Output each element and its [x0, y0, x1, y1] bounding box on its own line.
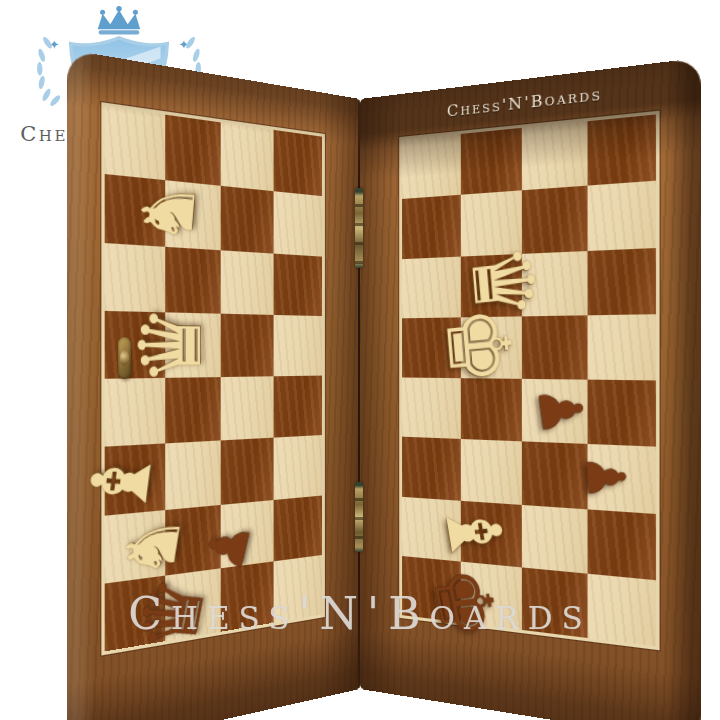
board-square	[221, 313, 273, 377]
board-square	[273, 130, 322, 197]
brass-clasp-icon	[118, 337, 131, 379]
board-square	[105, 510, 165, 584]
board-square	[221, 500, 273, 569]
board-square	[165, 312, 221, 378]
board-square	[273, 191, 322, 256]
board-panel-left: ♞♛♝♟♞♛	[67, 49, 360, 720]
board-square	[165, 568, 221, 641]
board-square	[165, 377, 221, 444]
board-square	[402, 496, 460, 561]
board-square	[587, 509, 656, 580]
hinge-top-icon	[355, 188, 363, 268]
board-square	[402, 195, 460, 259]
board-square	[221, 561, 273, 632]
board-square	[587, 380, 656, 447]
board-square	[460, 253, 522, 317]
board-square	[165, 115, 221, 187]
board-square	[273, 555, 322, 623]
board-square	[522, 315, 587, 380]
board-square	[221, 186, 273, 253]
board-square	[460, 191, 522, 256]
board-square	[522, 121, 587, 190]
board-square	[402, 437, 460, 500]
hinge-bottom-icon	[355, 482, 363, 552]
board-square	[460, 128, 522, 195]
board-square	[402, 256, 460, 318]
board-square	[460, 561, 522, 630]
board-square	[165, 180, 221, 249]
board-square	[221, 250, 273, 315]
board-square	[522, 186, 587, 253]
board-square	[105, 174, 165, 246]
board-square	[165, 504, 221, 575]
board-square	[402, 377, 460, 439]
board-square	[587, 314, 656, 380]
board-square	[221, 376, 273, 440]
board-square	[522, 379, 587, 444]
board-square	[273, 495, 322, 561]
board-square	[402, 317, 460, 378]
board-square	[522, 250, 587, 316]
board-square	[460, 378, 522, 441]
board-square	[105, 575, 165, 651]
board-square	[273, 376, 322, 438]
board-square	[105, 378, 165, 447]
board-square	[165, 441, 221, 510]
board-square	[587, 181, 656, 251]
board-square	[460, 439, 522, 504]
board-square	[273, 253, 322, 316]
board-square	[273, 435, 322, 499]
board-square	[522, 504, 587, 573]
board-square	[587, 444, 656, 513]
board-square	[460, 500, 522, 567]
board-square	[105, 311, 165, 379]
board-square	[587, 114, 656, 185]
checkerboard-right	[399, 111, 659, 651]
chess-board-product: ♞♛♝♟♞♛ ♛♚♟♟♝♚ Chess'N'Boards	[0, 0, 720, 720]
board-panel-right: ♛♚♟♟♝♚ Chess'N'Boards	[360, 58, 701, 720]
board-square	[402, 134, 460, 199]
board-square	[587, 247, 656, 315]
board-square	[221, 438, 273, 504]
board-square	[105, 242, 165, 312]
board-square	[460, 316, 522, 379]
board-square	[165, 246, 221, 313]
board-square	[587, 573, 656, 646]
checkerboard-left	[101, 102, 325, 655]
board-square	[105, 106, 165, 180]
board-square	[221, 122, 273, 191]
board-square	[522, 442, 587, 509]
board-square	[273, 315, 322, 377]
board-square	[522, 567, 587, 638]
product-photo: ✦ ✦	[0, 0, 720, 720]
board-square	[105, 444, 165, 515]
board-square	[402, 556, 460, 623]
